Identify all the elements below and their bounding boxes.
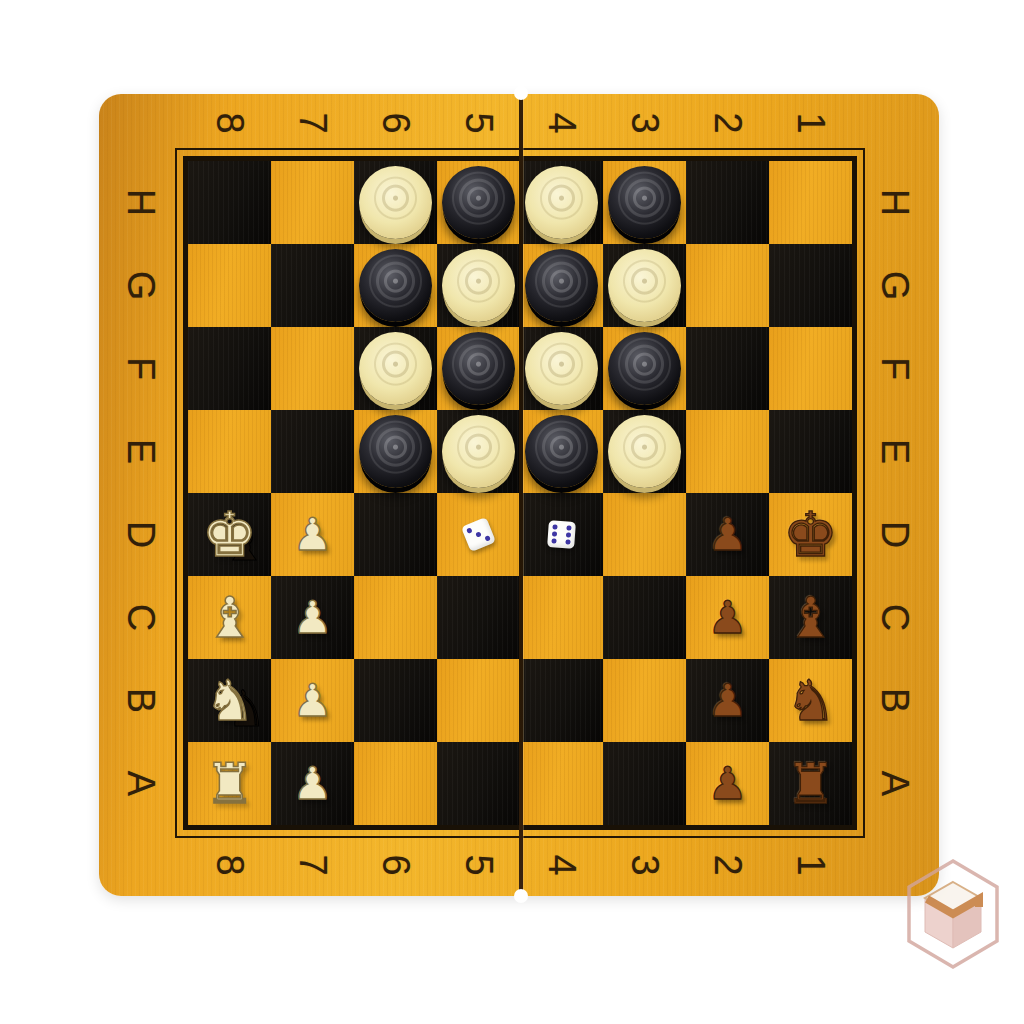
square-A8[interactable]: ♜ [188, 742, 271, 825]
chess-piece-cream-bishop[interactable]: ♝ [204, 590, 254, 646]
file-label: E [99, 429, 182, 475]
square-G4[interactable] [520, 244, 603, 327]
square-E2[interactable] [686, 410, 769, 493]
square-B8[interactable]: ♞♞ [188, 659, 271, 742]
die-pip [551, 538, 556, 543]
square-B1[interactable]: ♞ [769, 659, 852, 742]
square-D3[interactable] [603, 493, 686, 576]
chess-piece-brown-knight[interactable]: ♞ [785, 673, 835, 729]
die-pip [566, 532, 571, 537]
file-label: A [99, 761, 182, 807]
die-showing-6[interactable] [547, 520, 576, 549]
chess-piece-brown-pawn[interactable]: ♟ [707, 678, 747, 723]
square-D8[interactable]: ♚♝ [188, 493, 271, 576]
square-E4[interactable] [520, 410, 603, 493]
fold-seam [519, 94, 523, 896]
fold-notch-top [514, 86, 528, 100]
square-B6[interactable] [354, 659, 437, 742]
square-D5[interactable] [437, 493, 520, 576]
square-G1[interactable] [769, 244, 852, 327]
checker-dark[interactable] [608, 166, 681, 239]
square-E1[interactable] [769, 410, 852, 493]
chess-piece-cream-pawn[interactable]: ♟ [292, 761, 332, 806]
file-label: H [99, 180, 182, 226]
file-labels-right: H G F E D C B A [871, 161, 917, 825]
checker-dark[interactable] [442, 166, 515, 239]
square-H2[interactable] [686, 161, 769, 244]
checker-light[interactable] [608, 249, 681, 322]
square-F3[interactable] [603, 327, 686, 410]
square-D6[interactable] [354, 493, 437, 576]
chess-piece-cream-pawn[interactable]: ♟ [292, 678, 332, 723]
square-G5[interactable] [437, 244, 520, 327]
game-board: 8 7 6 5 4 3 2 1 8 7 6 5 4 3 2 1 H G F E … [99, 94, 939, 896]
checker-dark[interactable] [359, 415, 432, 488]
die-pip [466, 527, 473, 534]
square-A4[interactable] [520, 742, 603, 825]
checker-dark[interactable] [442, 332, 515, 405]
product-photo-canvas: 8 7 6 5 4 3 2 1 8 7 6 5 4 3 2 1 H G F E … [0, 0, 1024, 1024]
square-E3[interactable] [603, 410, 686, 493]
square-E5[interactable] [437, 410, 520, 493]
checker-dark[interactable] [359, 249, 432, 322]
fold-notch-bottom [514, 889, 528, 903]
square-C3[interactable] [603, 576, 686, 659]
square-G3[interactable] [603, 244, 686, 327]
square-D4[interactable] [520, 493, 603, 576]
die-pip [475, 531, 482, 538]
checker-light[interactable] [442, 249, 515, 322]
chess-piece-cream-pawn[interactable]: ♟ [292, 512, 332, 557]
square-E8[interactable] [188, 410, 271, 493]
square-H3[interactable] [603, 161, 686, 244]
square-C6[interactable] [354, 576, 437, 659]
square-C1[interactable]: ♝ [769, 576, 852, 659]
square-G2[interactable] [686, 244, 769, 327]
square-C8[interactable]: ♝ [188, 576, 271, 659]
isometric-cube-logo-icon [903, 858, 1003, 970]
die-pip [484, 535, 491, 542]
square-E6[interactable] [354, 410, 437, 493]
checker-dark[interactable] [608, 332, 681, 405]
square-G6[interactable] [354, 244, 437, 327]
chess-piece-brown-bishop[interactable]: ♝ [785, 590, 835, 646]
square-F6[interactable] [354, 327, 437, 410]
checker-dark[interactable] [525, 415, 598, 488]
square-F8[interactable] [188, 327, 271, 410]
chess-piece-brown-pawn[interactable]: ♟ [707, 512, 747, 557]
checker-light[interactable] [525, 166, 598, 239]
file-label: G [99, 263, 182, 309]
checker-light[interactable] [359, 332, 432, 405]
square-H8[interactable] [188, 161, 271, 244]
square-F4[interactable] [520, 327, 603, 410]
square-G8[interactable] [188, 244, 271, 327]
chess-piece-brown-pawn[interactable]: ♟ [707, 761, 747, 806]
chess-piece-cream-pawn[interactable]: ♟ [292, 595, 332, 640]
checker-dark[interactable] [525, 249, 598, 322]
file-label: C [99, 595, 182, 641]
file-label: B [99, 678, 182, 724]
square-D1[interactable]: ♚ [769, 493, 852, 576]
chess-piece-brown-rook[interactable]: ♜ [785, 756, 835, 812]
chess-piece-brown-king[interactable]: ♚ [783, 504, 839, 566]
square-E7[interactable] [271, 410, 354, 493]
square-H4[interactable] [520, 161, 603, 244]
file-labels-left: H G F E D C B A [117, 161, 163, 825]
die-pip [552, 524, 557, 529]
square-A3[interactable] [603, 742, 686, 825]
file-label: D [99, 512, 182, 558]
square-A6[interactable] [354, 742, 437, 825]
checker-light[interactable] [359, 166, 432, 239]
square-H5[interactable] [437, 161, 520, 244]
square-C7[interactable]: ♟ [271, 576, 354, 659]
square-C5[interactable] [437, 576, 520, 659]
square-A5[interactable] [437, 742, 520, 825]
square-B5[interactable] [437, 659, 520, 742]
square-C2[interactable]: ♟ [686, 576, 769, 659]
checker-light[interactable] [525, 332, 598, 405]
file-label: F [99, 346, 182, 392]
square-G7[interactable] [271, 244, 354, 327]
square-D7[interactable]: ♟ [271, 493, 354, 576]
square-F7[interactable] [271, 327, 354, 410]
square-F2[interactable] [686, 327, 769, 410]
die-pip [565, 539, 570, 544]
checker-light[interactable] [442, 415, 515, 488]
chess-piece-cream-rook[interactable]: ♜ [204, 756, 254, 812]
square-C4[interactable] [520, 576, 603, 659]
square-A2[interactable]: ♟ [686, 742, 769, 825]
square-H7[interactable] [271, 161, 354, 244]
square-H6[interactable] [354, 161, 437, 244]
square-F5[interactable] [437, 327, 520, 410]
chess-piece-cream-king[interactable]: ♚ [202, 504, 258, 566]
square-F1[interactable] [769, 327, 852, 410]
square-B4[interactable] [520, 659, 603, 742]
square-H1[interactable] [769, 161, 852, 244]
square-A1[interactable]: ♜ [769, 742, 852, 825]
square-B7[interactable]: ♟ [271, 659, 354, 742]
square-B2[interactable]: ♟ [686, 659, 769, 742]
chess-piece-cream-knight[interactable]: ♞ [204, 673, 254, 729]
chess-piece-brown-pawn[interactable]: ♟ [707, 595, 747, 640]
die-pip [552, 531, 557, 536]
checker-light[interactable] [608, 415, 681, 488]
square-D2[interactable]: ♟ [686, 493, 769, 576]
square-A7[interactable]: ♟ [271, 742, 354, 825]
square-B3[interactable] [603, 659, 686, 742]
die-pip [566, 525, 571, 530]
die-showing-3[interactable] [461, 517, 496, 552]
